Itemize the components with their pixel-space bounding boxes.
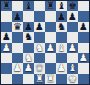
square-g6[interactable] [67, 22, 78, 32]
square-e4[interactable]: ♟ [45, 43, 56, 53]
square-h6[interactable]: ♟ [78, 22, 89, 32]
piece-white-knight: ♞ [35, 43, 44, 53]
square-h1[interactable] [78, 74, 89, 84]
square-g2[interactable]: ♝ [67, 63, 78, 73]
square-f6[interactable]: ♞ [56, 22, 67, 32]
piece-black-knight: ♞ [57, 22, 66, 32]
square-b7[interactable]: ♟ [12, 11, 23, 21]
square-c2[interactable]: ♟ [23, 63, 34, 73]
square-b5[interactable] [12, 32, 23, 42]
square-c3[interactable]: ♞ [23, 53, 34, 63]
piece-white-pawn: ♟ [24, 63, 33, 73]
piece-white-bishop: ♝ [57, 43, 66, 53]
square-h3[interactable]: ♟ [78, 53, 89, 63]
piece-white-pawn: ♟ [13, 63, 22, 73]
square-a8[interactable]: ♜ [1, 1, 12, 11]
square-f2[interactable]: ♟ [56, 63, 67, 73]
square-d6[interactable]: ♟ [34, 22, 45, 32]
square-e2[interactable] [45, 63, 56, 73]
square-e6[interactable] [45, 22, 56, 32]
square-b1[interactable] [12, 74, 23, 84]
square-c4[interactable] [23, 43, 34, 53]
square-h7[interactable] [78, 11, 89, 21]
square-e5[interactable] [45, 32, 56, 42]
square-e7[interactable] [45, 11, 56, 21]
square-d8[interactable] [34, 1, 45, 11]
piece-black-rook: ♜ [46, 1, 55, 11]
piece-white-bishop: ♝ [68, 63, 77, 73]
square-b8[interactable] [12, 1, 23, 11]
square-b2[interactable]: ♟ [12, 63, 23, 73]
square-d1[interactable]: ♜ [34, 74, 45, 84]
piece-white-pawn: ♟ [46, 43, 55, 53]
piece-black-rook: ♜ [2, 1, 11, 11]
square-f1[interactable] [56, 74, 67, 84]
square-a2[interactable] [1, 63, 12, 73]
square-a1[interactable] [1, 74, 12, 84]
square-d7[interactable] [34, 11, 45, 21]
piece-white-pawn: ♟ [79, 53, 88, 63]
square-f3[interactable] [56, 53, 67, 63]
square-h2[interactable] [78, 63, 89, 73]
piece-white-queen: ♛ [35, 63, 44, 73]
piece-white-rook: ♜ [35, 74, 44, 84]
square-b3[interactable] [12, 53, 23, 63]
square-e8[interactable]: ♜ [45, 1, 56, 11]
square-c5[interactable]: ♞ [23, 32, 34, 42]
square-f7[interactable]: ♟ [56, 11, 67, 21]
square-c8[interactable]: ♝ [23, 1, 34, 11]
piece-black-knight: ♞ [24, 32, 33, 42]
square-f4[interactable]: ♝ [56, 43, 67, 53]
square-h4[interactable] [78, 43, 89, 53]
square-g8[interactable]: ♚ [67, 1, 78, 11]
piece-white-pawn: ♟ [57, 63, 66, 73]
square-f8[interactable]: ♝ [56, 1, 67, 11]
square-h5[interactable] [78, 32, 89, 42]
square-d2[interactable]: ♛ [34, 63, 45, 73]
piece-black-pawn: ♟ [57, 11, 66, 21]
square-a7[interactable] [1, 11, 12, 21]
square-c6[interactable]: ♟ [23, 22, 34, 32]
piece-black-pawn: ♟ [2, 32, 11, 42]
square-a6[interactable] [1, 22, 12, 32]
piece-white-rook: ♜ [46, 74, 55, 84]
square-g1[interactable]: ♚ [67, 74, 78, 84]
square-a3[interactable] [1, 53, 12, 63]
square-d4[interactable]: ♞ [34, 43, 45, 53]
square-b4[interactable] [12, 43, 23, 53]
piece-black-pawn: ♟ [35, 22, 44, 32]
square-d5[interactable] [34, 32, 45, 42]
piece-black-pawn: ♟ [24, 22, 33, 32]
square-g4[interactable]: ♟ [67, 43, 78, 53]
square-e1[interactable]: ♜ [45, 74, 56, 84]
piece-black-bishop: ♝ [57, 1, 66, 11]
square-d3[interactable] [34, 53, 45, 63]
piece-white-pawn: ♟ [68, 43, 77, 53]
piece-white-pawn: ♟ [2, 43, 11, 53]
piece-white-knight: ♞ [24, 53, 33, 63]
piece-black-bishop: ♝ [24, 1, 33, 11]
square-b6[interactable]: ♛ [12, 22, 23, 32]
square-c1[interactable] [23, 74, 34, 84]
piece-black-king: ♚ [68, 1, 77, 11]
piece-black-pawn: ♟ [13, 11, 22, 21]
square-g3[interactable] [67, 53, 78, 63]
square-a5[interactable]: ♟ [1, 32, 12, 42]
piece-black-pawn: ♟ [79, 22, 88, 32]
square-g7[interactable]: ♟ [67, 11, 78, 21]
square-a4[interactable]: ♟ [1, 43, 12, 53]
chess-board: ♜♝♜♝♚♟♟♟♛♟♟♞♟♟♞♟♞♟♝♟♞♟♟♟♛♟♝♜♜♚ [0, 0, 90, 85]
square-h8[interactable] [78, 1, 89, 11]
square-g5[interactable] [67, 32, 78, 42]
square-e3[interactable] [45, 53, 56, 63]
piece-black-pawn: ♟ [68, 11, 77, 21]
piece-white-king: ♚ [68, 74, 77, 84]
square-f5[interactable] [56, 32, 67, 42]
square-c7[interactable] [23, 11, 34, 21]
piece-black-queen: ♛ [13, 22, 22, 32]
